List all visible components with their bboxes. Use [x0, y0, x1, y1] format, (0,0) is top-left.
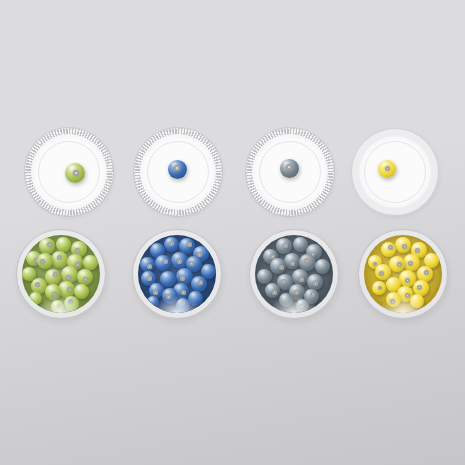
- bead-grey: [299, 254, 316, 271]
- jar-glass-reflection: [152, 296, 202, 313]
- lid-sample-bead-lime-green: [65, 163, 85, 183]
- bead-yellow: [381, 242, 396, 257]
- container-lid-lime-green: [25, 128, 113, 216]
- bead-blue: [155, 255, 171, 271]
- bead-hole: [57, 255, 62, 260]
- bead-hole: [424, 270, 429, 275]
- photo-scene: [0, 0, 465, 465]
- bead-hole: [75, 248, 80, 253]
- bead-grey: [307, 274, 323, 290]
- bead-hole: [378, 286, 382, 290]
- bead-grey: [270, 258, 286, 274]
- bead-hole: [187, 242, 192, 247]
- container-lid-yellow: [351, 128, 439, 216]
- jar-beads-grey: [255, 235, 333, 313]
- lid-sample-bead-blue: [168, 160, 187, 179]
- bead-grey: [284, 253, 300, 269]
- bead-yellow: [389, 256, 405, 272]
- bead-hole: [281, 279, 286, 284]
- bead-hole: [385, 166, 390, 171]
- bead-grey: [315, 259, 330, 274]
- bead-hole: [272, 290, 277, 295]
- bead-blue: [164, 237, 179, 252]
- bead-hole: [299, 277, 304, 282]
- bead-lime-green: [77, 269, 93, 285]
- jar-glass-reflection: [36, 296, 86, 313]
- bead-blue: [160, 271, 176, 287]
- bead-hole: [286, 164, 292, 170]
- bead-hole: [397, 262, 402, 267]
- bead-lime-green: [37, 253, 53, 269]
- bead-hole: [73, 170, 79, 176]
- bead-hole: [174, 165, 180, 171]
- bead-hole: [67, 287, 72, 292]
- bead-blue: [191, 276, 207, 292]
- jar-glass-reflection: [378, 296, 428, 313]
- bead-lime-green: [45, 269, 61, 285]
- bead-hole: [147, 264, 152, 269]
- jar-beads-blue: [138, 235, 216, 313]
- container-lid-blue: [134, 128, 222, 216]
- bead-hole: [294, 290, 299, 295]
- bead-jar-lime-green: [16, 229, 106, 319]
- bead-hole: [198, 280, 203, 285]
- bead-grey: [292, 269, 308, 285]
- bead-hole: [35, 282, 40, 287]
- bead-hole: [405, 278, 410, 283]
- bead-blue: [171, 252, 188, 269]
- bead-jar-yellow: [358, 229, 448, 319]
- bead-hole: [283, 243, 288, 248]
- bead-hole: [169, 241, 174, 246]
- bead-hole: [402, 244, 407, 249]
- bead-hole: [379, 271, 384, 276]
- lid-sample-bead-yellow: [378, 160, 396, 178]
- bead-hole: [83, 277, 88, 282]
- bead-yellow: [372, 281, 386, 295]
- bead-lime-green: [83, 255, 98, 270]
- bead-hole: [177, 259, 182, 264]
- bead-blue: [176, 268, 193, 285]
- bead-hole: [304, 258, 309, 263]
- bead-hole: [53, 272, 58, 277]
- bead-hole: [75, 262, 80, 267]
- bead-lime-green: [51, 251, 68, 268]
- lid-sample-bead-grey: [280, 159, 299, 178]
- jar-beads-lime-green: [22, 235, 100, 313]
- bead-hole: [313, 281, 318, 286]
- container-lid-grey: [246, 128, 334, 216]
- bead-jar-blue: [132, 229, 222, 319]
- bead-hole: [66, 275, 71, 280]
- jar-glass-reflection: [269, 296, 319, 313]
- bead-hole: [147, 276, 152, 281]
- bead-yellow: [395, 237, 411, 253]
- bead-hole: [181, 290, 186, 295]
- bead-hole: [415, 248, 420, 253]
- bead-jar-grey: [249, 229, 339, 319]
- bead-yellow: [403, 254, 420, 271]
- bead-hole: [163, 259, 168, 264]
- bead-grey: [276, 238, 292, 254]
- bead-lime-green: [56, 237, 71, 252]
- bead-hole: [279, 265, 284, 270]
- bead-blue: [140, 257, 155, 272]
- bead-hole: [189, 261, 194, 266]
- jar-beads-yellow: [364, 235, 442, 313]
- bead-hole: [47, 242, 52, 247]
- bead-hole: [417, 285, 422, 290]
- bead-lime-green: [39, 238, 55, 254]
- bead-grey: [257, 269, 272, 284]
- bead-hole: [153, 290, 158, 295]
- bead-lime-green: [61, 266, 78, 283]
- bead-hole: [408, 261, 413, 266]
- bead-hole: [40, 259, 45, 264]
- bead-hole: [388, 245, 393, 250]
- bead-hole: [180, 276, 185, 281]
- bead-hole: [290, 261, 295, 266]
